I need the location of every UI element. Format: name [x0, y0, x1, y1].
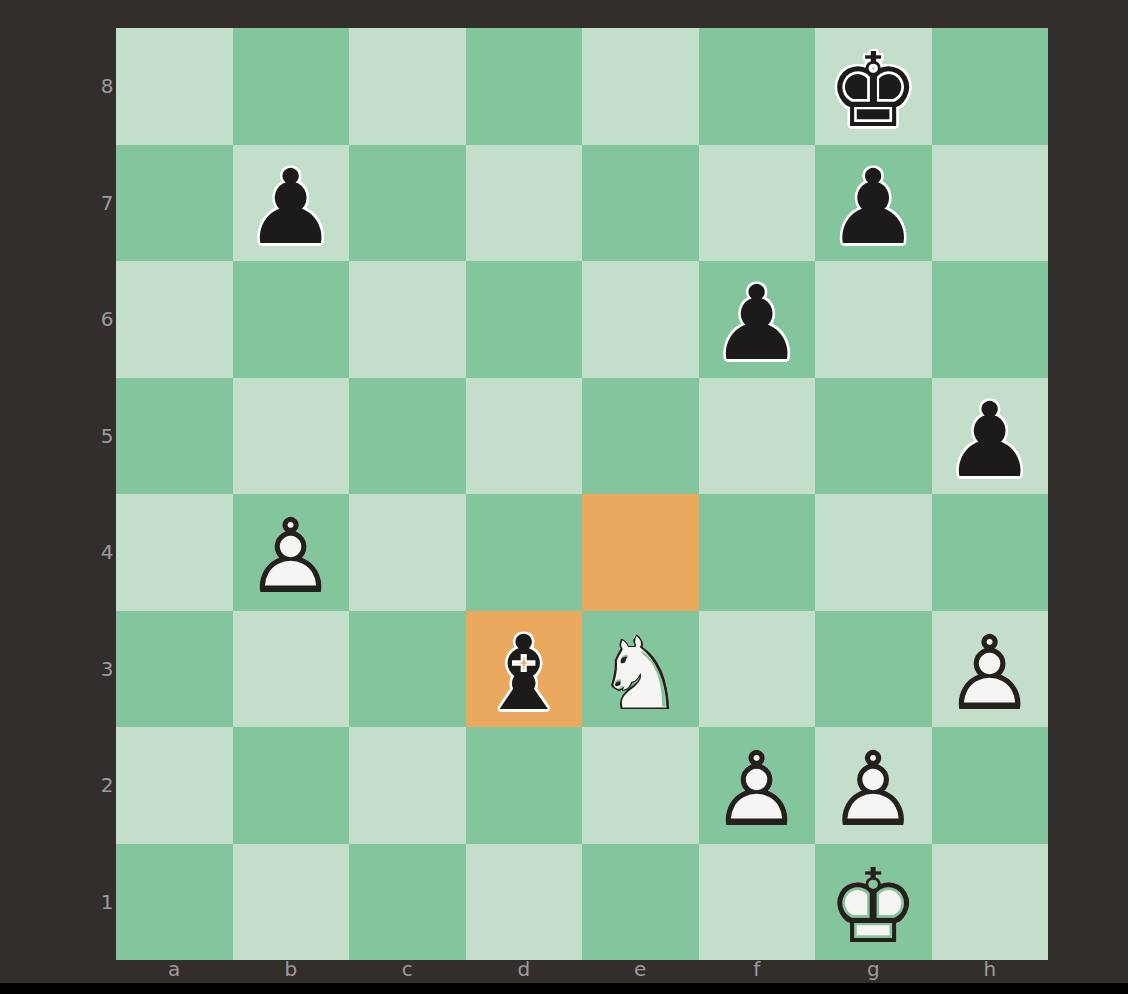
square-e2[interactable] — [582, 727, 699, 844]
square-f4[interactable] — [699, 494, 816, 611]
square-f3[interactable] — [699, 611, 816, 728]
square-e5[interactable] — [582, 378, 699, 495]
square-b2[interactable] — [233, 727, 350, 844]
square-g7[interactable]: ♟ — [815, 145, 932, 262]
square-h6[interactable] — [932, 261, 1049, 378]
square-c5[interactable] — [349, 378, 466, 495]
square-g2[interactable]: ♟♙ — [815, 727, 932, 844]
piece-outline: ♙ — [932, 615, 1049, 732]
piece-white-knight[interactable]: ♞♘ — [582, 611, 699, 728]
square-e4[interactable] — [582, 494, 699, 611]
square-g1[interactable]: ♚♔ — [815, 844, 932, 961]
piece-black-pawn[interactable]: ♟ — [932, 378, 1049, 495]
square-c1[interactable] — [349, 844, 466, 961]
square-d1[interactable] — [466, 844, 583, 961]
square-h2[interactable] — [932, 727, 1049, 844]
file-label-c: c — [349, 956, 466, 982]
file-labels: abcdefgh — [116, 956, 1048, 982]
square-g6[interactable] — [815, 261, 932, 378]
square-c8[interactable] — [349, 28, 466, 145]
file-label-f: f — [699, 956, 816, 982]
square-b5[interactable] — [233, 378, 350, 495]
piece-outline: ♙ — [815, 731, 932, 848]
piece-glyph: ♝ — [466, 615, 583, 732]
square-a6[interactable] — [116, 261, 233, 378]
piece-black-pawn[interactable]: ♟ — [233, 145, 350, 262]
square-e1[interactable] — [582, 844, 699, 961]
square-h4[interactable] — [932, 494, 1049, 611]
piece-black-pawn[interactable]: ♟ — [699, 261, 816, 378]
square-c3[interactable] — [349, 611, 466, 728]
piece-white-king[interactable]: ♚♔ — [815, 844, 932, 961]
square-a5[interactable] — [116, 378, 233, 495]
piece-black-pawn[interactable]: ♟ — [815, 145, 932, 262]
square-d5[interactable] — [466, 378, 583, 495]
piece-white-pawn[interactable]: ♟♙ — [233, 494, 350, 611]
square-f6[interactable]: ♟ — [699, 261, 816, 378]
square-h3[interactable]: ♟♙ — [932, 611, 1049, 728]
piece-white-pawn[interactable]: ♟♙ — [699, 727, 816, 844]
square-g8[interactable]: ♚ — [815, 28, 932, 145]
square-d3[interactable]: ♝ — [466, 611, 583, 728]
piece-white-pawn[interactable]: ♟♙ — [815, 727, 932, 844]
square-h7[interactable] — [932, 145, 1049, 262]
square-c2[interactable] — [349, 727, 466, 844]
square-f7[interactable] — [699, 145, 816, 262]
piece-outline: ♘ — [582, 615, 699, 732]
square-b7[interactable]: ♟ — [233, 145, 350, 262]
square-a3[interactable] — [116, 611, 233, 728]
square-g3[interactable] — [815, 611, 932, 728]
piece-outline: ♙ — [233, 498, 350, 615]
bottom-bar — [0, 983, 1128, 994]
square-f5[interactable] — [699, 378, 816, 495]
piece-outline: ♙ — [699, 731, 816, 848]
piece-glyph: ♟ — [233, 149, 350, 266]
square-a4[interactable] — [116, 494, 233, 611]
piece-glyph: ♟ — [699, 265, 816, 382]
square-e6[interactable] — [582, 261, 699, 378]
square-e7[interactable] — [582, 145, 699, 262]
piece-black-bishop[interactable]: ♝ — [466, 611, 583, 728]
square-a1[interactable] — [116, 844, 233, 961]
file-label-h: h — [932, 956, 1049, 982]
square-b8[interactable] — [233, 28, 350, 145]
piece-black-king[interactable]: ♚ — [815, 28, 932, 145]
square-h8[interactable] — [932, 28, 1049, 145]
piece-white-pawn[interactable]: ♟♙ — [932, 611, 1049, 728]
chess-app: 87654321 ♚♟♟♟♟♟♙♝♞♘♟♙♟♙♟♙♚♔ abcdefgh — [0, 0, 1128, 994]
square-c4[interactable] — [349, 494, 466, 611]
square-c6[interactable] — [349, 261, 466, 378]
square-f8[interactable] — [699, 28, 816, 145]
piece-outline: ♔ — [815, 848, 932, 965]
square-e8[interactable] — [582, 28, 699, 145]
square-e3[interactable]: ♞♘ — [582, 611, 699, 728]
board: ♚♟♟♟♟♟♙♝♞♘♟♙♟♙♟♙♚♔ — [116, 28, 1048, 960]
piece-glyph: ♚ — [815, 32, 932, 149]
square-g4[interactable] — [815, 494, 932, 611]
square-h5[interactable]: ♟ — [932, 378, 1049, 495]
file-label-d: d — [466, 956, 583, 982]
file-label-e: e — [582, 956, 699, 982]
square-b4[interactable]: ♟♙ — [233, 494, 350, 611]
square-c7[interactable] — [349, 145, 466, 262]
square-d8[interactable] — [466, 28, 583, 145]
piece-glyph: ♟ — [815, 149, 932, 266]
square-b3[interactable] — [233, 611, 350, 728]
square-a7[interactable] — [116, 145, 233, 262]
file-label-b: b — [233, 956, 350, 982]
square-a2[interactable] — [116, 727, 233, 844]
square-d7[interactable] — [466, 145, 583, 262]
square-b6[interactable] — [233, 261, 350, 378]
square-g5[interactable] — [815, 378, 932, 495]
square-f1[interactable] — [699, 844, 816, 961]
square-d2[interactable] — [466, 727, 583, 844]
file-label-g: g — [815, 956, 932, 982]
square-d6[interactable] — [466, 261, 583, 378]
square-a8[interactable] — [116, 28, 233, 145]
square-d4[interactable] — [466, 494, 583, 611]
square-h1[interactable] — [932, 844, 1049, 961]
square-f2[interactable]: ♟♙ — [699, 727, 816, 844]
square-b1[interactable] — [233, 844, 350, 961]
piece-glyph: ♟ — [932, 382, 1049, 499]
file-label-a: a — [116, 956, 233, 982]
